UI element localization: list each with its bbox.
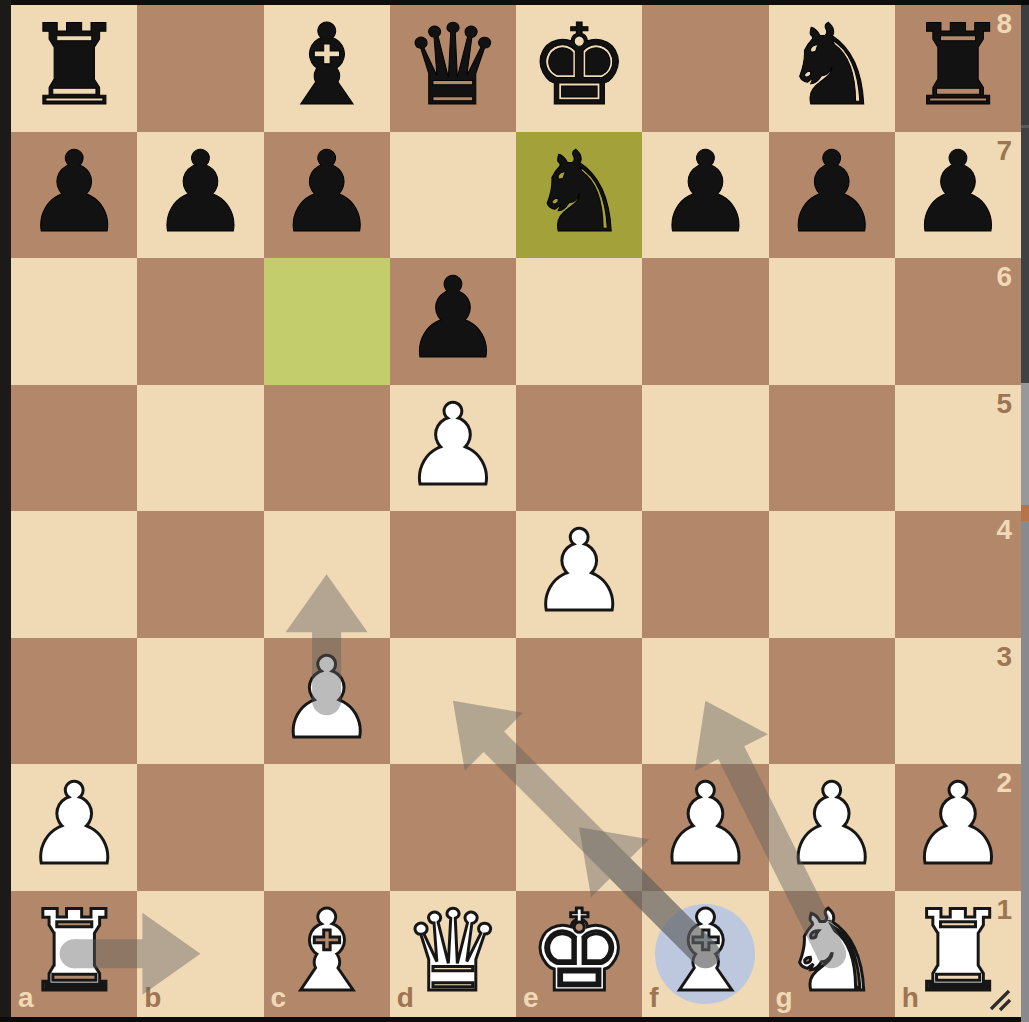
black-pawn-a7[interactable]: ♟ [11, 129, 137, 256]
white-pawn-a2[interactable]: ♟ [11, 761, 137, 888]
square-f7[interactable]: ♟ [642, 132, 768, 259]
board-resize-handle[interactable] [985, 985, 1013, 1013]
square-d2[interactable] [390, 764, 516, 891]
square-h8[interactable]: ♜8 [895, 5, 1021, 132]
square-f4[interactable] [642, 511, 768, 638]
scrollbar-track[interactable] [1021, 128, 1029, 383]
square-e8[interactable]: ♚ [516, 5, 642, 132]
square-h5[interactable]: 5 [895, 385, 1021, 512]
square-c2[interactable] [264, 764, 390, 891]
rank-label-2: 2 [996, 767, 1012, 799]
black-queen-d8[interactable]: ♛ [390, 2, 516, 129]
square-b1[interactable]: b [137, 891, 263, 1018]
square-a7[interactable]: ♟ [11, 132, 137, 259]
white-bishop-f1[interactable]: ♝ [642, 888, 768, 1015]
black-knight-g8[interactable]: ♞ [769, 2, 895, 129]
square-f8[interactable] [642, 5, 768, 132]
scrollbar-thumb-lower[interactable] [1021, 521, 1029, 1022]
square-g7[interactable]: ♟ [769, 132, 895, 259]
square-g4[interactable] [769, 511, 895, 638]
white-pawn-e4[interactable]: ♟ [516, 508, 642, 635]
white-pawn-f2[interactable]: ♟ [642, 761, 768, 888]
file-label-g: g [776, 982, 793, 1014]
rank-label-4: 4 [996, 514, 1012, 546]
square-c1[interactable]: ♝c [264, 891, 390, 1018]
square-b4[interactable] [137, 511, 263, 638]
square-h7[interactable]: ♟7 [895, 132, 1021, 259]
board-frame-bottom [0, 1017, 1029, 1022]
rank-label-6: 6 [996, 261, 1012, 293]
black-pawn-f7[interactable]: ♟ [642, 129, 768, 256]
page-scrollbar[interactable] [1021, 0, 1029, 1022]
white-pawn-c3[interactable]: ♟ [264, 635, 390, 762]
square-d7[interactable] [390, 132, 516, 259]
square-f2[interactable]: ♟ [642, 764, 768, 891]
file-label-e: e [523, 982, 539, 1014]
file-label-c: c [271, 982, 287, 1014]
white-pawn-d5[interactable]: ♟ [390, 382, 516, 509]
square-b8[interactable] [137, 5, 263, 132]
scrollbar-track[interactable] [1021, 5, 1029, 125]
square-d1[interactable]: ♛d [390, 891, 516, 1018]
square-e2[interactable] [516, 764, 642, 891]
square-f3[interactable] [642, 638, 768, 765]
square-c7[interactable]: ♟ [264, 132, 390, 259]
black-king-e8[interactable]: ♚ [516, 2, 642, 129]
rank-label-7: 7 [996, 135, 1012, 167]
white-pawn-g2[interactable]: ♟ [769, 761, 895, 888]
square-e5[interactable] [516, 385, 642, 512]
square-b7[interactable]: ♟ [137, 132, 263, 259]
square-b2[interactable] [137, 764, 263, 891]
square-f5[interactable] [642, 385, 768, 512]
file-label-f: f [649, 982, 658, 1014]
square-d6[interactable]: ♟ [390, 258, 516, 385]
square-a2[interactable]: ♟ [11, 764, 137, 891]
square-c8[interactable]: ♝ [264, 5, 390, 132]
rank-label-8: 8 [996, 8, 1012, 40]
black-pawn-g7[interactable]: ♟ [769, 129, 895, 256]
square-g6[interactable] [769, 258, 895, 385]
square-h2[interactable]: ♟2 [895, 764, 1021, 891]
square-g2[interactable]: ♟ [769, 764, 895, 891]
square-a1[interactable]: ♜a [11, 891, 137, 1018]
square-a5[interactable] [11, 385, 137, 512]
square-d3[interactable] [390, 638, 516, 765]
square-g3[interactable] [769, 638, 895, 765]
square-e1[interactable]: ♚e [516, 891, 642, 1018]
file-label-b: b [144, 982, 161, 1014]
square-d8[interactable]: ♛ [390, 5, 516, 132]
scrollbar-thumb[interactable] [1021, 383, 1029, 505]
black-rook-a8[interactable]: ♜ [11, 2, 137, 129]
black-pawn-d6[interactable]: ♟ [390, 255, 516, 382]
square-c4[interactable] [264, 511, 390, 638]
square-g5[interactable] [769, 385, 895, 512]
square-b6[interactable] [137, 258, 263, 385]
square-e3[interactable] [516, 638, 642, 765]
square-g8[interactable]: ♞ [769, 5, 895, 132]
square-d4[interactable] [390, 511, 516, 638]
square-b3[interactable] [137, 638, 263, 765]
scrollbar-marker [1021, 505, 1029, 521]
square-e4[interactable]: ♟ [516, 511, 642, 638]
square-a3[interactable] [11, 638, 137, 765]
square-a8[interactable]: ♜ [11, 5, 137, 132]
page: ♜♝♛♚♞♜8♟♟♟♞♟♟♟7♟6♟5♟4♟3♟♟♟♟2♜ab♝c♛d♚e♝f♞… [0, 0, 1029, 1022]
black-pawn-c7[interactable]: ♟ [264, 129, 390, 256]
rank-label-1: 1 [996, 894, 1012, 926]
chess-board[interactable]: ♜♝♛♚♞♜8♟♟♟♞♟♟♟7♟6♟5♟4♟3♟♟♟♟2♜ab♝c♛d♚e♝f♞… [11, 5, 1021, 1017]
square-c6[interactable] [264, 258, 390, 385]
black-pawn-b7[interactable]: ♟ [137, 129, 263, 256]
rank-label-3: 3 [996, 641, 1012, 673]
black-knight-e7[interactable]: ♞ [516, 129, 642, 256]
file-label-a: a [18, 982, 34, 1014]
square-f1[interactable]: ♝f [642, 891, 768, 1018]
square-g1[interactable]: ♞g [769, 891, 895, 1018]
square-e6[interactable] [516, 258, 642, 385]
square-h3[interactable]: 3 [895, 638, 1021, 765]
rank-label-5: 5 [996, 388, 1012, 420]
file-label-h: h [902, 982, 919, 1014]
square-d5[interactable]: ♟ [390, 385, 516, 512]
square-f6[interactable] [642, 258, 768, 385]
square-a6[interactable] [11, 258, 137, 385]
square-h4[interactable]: 4 [895, 511, 1021, 638]
square-a4[interactable] [11, 511, 137, 638]
square-c5[interactable] [264, 385, 390, 512]
square-h6[interactable]: 6 [895, 258, 1021, 385]
board-frame-left [0, 0, 11, 1022]
file-label-d: d [397, 982, 414, 1014]
square-b5[interactable] [137, 385, 263, 512]
square-e7[interactable]: ♞ [516, 132, 642, 259]
square-c3[interactable]: ♟ [264, 638, 390, 765]
black-bishop-c8[interactable]: ♝ [264, 2, 390, 129]
